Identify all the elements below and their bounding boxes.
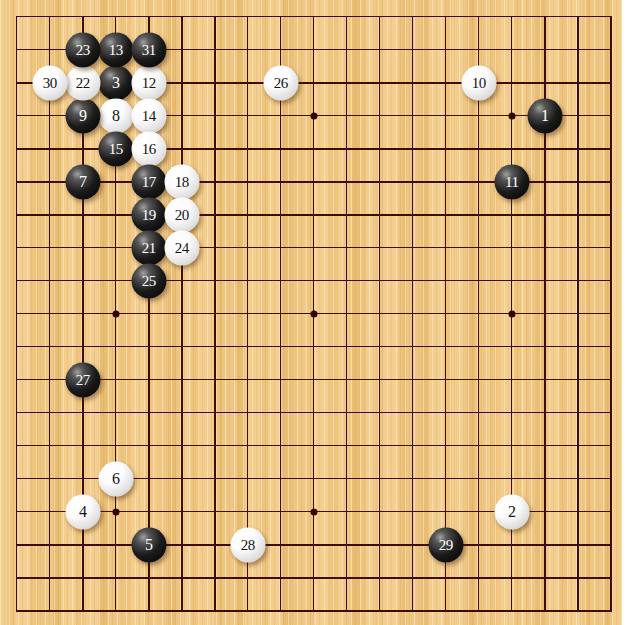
stone-black-29: 29 [428, 527, 463, 562]
stone-move-number: 29 [439, 537, 453, 552]
stone-move-number: 25 [142, 273, 156, 288]
stone-black-11: 11 [494, 164, 529, 199]
stone-white-30: 30 [32, 65, 67, 100]
right-margin [622, 0, 628, 625]
stone-black-17: 17 [131, 164, 166, 199]
stone-white-26: 26 [263, 65, 298, 100]
stone-move-number: 10 [472, 75, 486, 90]
stone-move-number: 5 [145, 537, 153, 553]
stone-white-14: 14 [131, 98, 166, 133]
stone-white-20: 20 [164, 197, 199, 232]
stone-black-27: 27 [65, 362, 100, 397]
stone-move-number: 19 [142, 207, 156, 222]
stone-black-25: 25 [131, 263, 166, 298]
star-point [310, 112, 317, 119]
stone-white-16: 16 [131, 131, 166, 166]
star-point [112, 508, 119, 515]
stone-white-8: 8 [98, 98, 133, 133]
star-point [508, 310, 515, 317]
stone-move-number: 14 [142, 108, 156, 123]
stone-move-number: 24 [175, 240, 189, 255]
stone-move-number: 11 [505, 174, 518, 189]
stone-move-number: 28 [241, 537, 255, 552]
stone-black-23: 23 [65, 32, 100, 67]
stone-move-number: 22 [76, 75, 90, 90]
stone-white-24: 24 [164, 230, 199, 265]
stone-move-number: 18 [175, 174, 189, 189]
stone-move-number: 12 [142, 75, 156, 90]
stone-move-number: 16 [142, 141, 156, 156]
stone-move-number: 13 [109, 42, 123, 57]
stone-black-19: 19 [131, 197, 166, 232]
stone-white-10: 10 [461, 65, 496, 100]
stone-black-3: 3 [98, 65, 133, 100]
stone-move-number: 4 [79, 504, 87, 520]
stone-white-12: 12 [131, 65, 166, 100]
stone-black-13: 13 [98, 32, 133, 67]
stone-black-15: 15 [98, 131, 133, 166]
stone-black-21: 21 [131, 230, 166, 265]
stone-move-number: 21 [142, 240, 156, 255]
stone-black-9: 9 [65, 98, 100, 133]
stone-move-number: 2 [508, 504, 516, 520]
star-point [508, 112, 515, 119]
stone-move-number: 20 [175, 207, 189, 222]
stone-move-number: 6 [112, 471, 120, 487]
stone-white-6: 6 [98, 461, 133, 496]
stone-move-number: 31 [142, 42, 156, 57]
stone-black-5: 5 [131, 527, 166, 562]
go-diagram: 1234567891011121314151617181920212223242… [0, 0, 628, 625]
stone-move-number: 7 [79, 174, 87, 190]
stone-white-4: 4 [65, 494, 100, 529]
stone-move-number: 26 [274, 75, 288, 90]
stone-move-number: 27 [76, 372, 90, 387]
stone-move-number: 9 [79, 108, 87, 124]
stone-move-number: 23 [76, 42, 90, 57]
stone-move-number: 8 [112, 108, 120, 124]
stone-move-number: 15 [109, 141, 123, 156]
stone-move-number: 3 [112, 75, 120, 91]
stone-black-7: 7 [65, 164, 100, 199]
stone-white-18: 18 [164, 164, 199, 199]
stone-black-1: 1 [527, 98, 562, 133]
stone-black-31: 31 [131, 32, 166, 67]
star-point [112, 310, 119, 317]
stone-move-number: 30 [43, 75, 57, 90]
star-point [310, 508, 317, 515]
stone-move-number: 17 [142, 174, 156, 189]
stone-white-2: 2 [494, 494, 529, 529]
stone-white-28: 28 [230, 527, 265, 562]
stone-move-number: 1 [541, 108, 549, 124]
star-point [310, 310, 317, 317]
board-grid: 1234567891011121314151617181920212223242… [16, 16, 612, 612]
go-board: 1234567891011121314151617181920212223242… [0, 0, 622, 625]
stone-white-22: 22 [65, 65, 100, 100]
